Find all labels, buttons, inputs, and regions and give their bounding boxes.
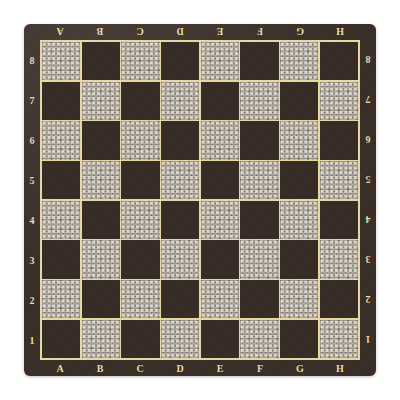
rank-right-label-5: 5 [360,160,376,200]
file-bottom-label-d: D [160,360,200,376]
square-g7[interactable] [280,82,318,120]
square-d6[interactable] [161,121,199,159]
rank-right-label-2: 2 [360,280,376,320]
board-grid [40,40,360,360]
rank-left-label-5: 5 [24,160,40,200]
square-g1[interactable] [280,320,318,358]
square-e7[interactable] [201,82,239,120]
square-g5[interactable] [280,161,318,199]
rank-labels-left: 87654321 [24,40,40,360]
square-g4[interactable] [280,201,318,239]
square-f8[interactable] [240,42,278,80]
file-bottom-label-e: E [200,360,240,376]
file-labels-bottom: ABCDEFGH [40,360,360,376]
square-a7[interactable] [42,82,80,120]
square-d1[interactable] [161,320,199,358]
square-f3[interactable] [240,240,278,278]
square-e6[interactable] [201,121,239,159]
rank-right-label-6: 6 [360,120,376,160]
file-top-label-a: A [40,24,80,40]
square-b7[interactable] [82,82,120,120]
square-a5[interactable] [42,161,80,199]
rank-left-label-1: 1 [24,320,40,360]
rank-left-label-4: 4 [24,200,40,240]
square-d4[interactable] [161,201,199,239]
square-a4[interactable] [42,201,80,239]
rank-left-label-3: 3 [24,240,40,280]
chess-board: ABCDEFGH ABCDEFGH 87654321 87654321 [24,24,376,376]
page: { "game": "chess", "position": "8/8/8/8/… [0,0,400,400]
square-b2[interactable] [82,280,120,318]
square-c1[interactable] [121,320,159,358]
file-top-label-e: E [200,24,240,40]
square-h4[interactable] [320,201,358,239]
square-f2[interactable] [240,280,278,318]
square-c7[interactable] [121,82,159,120]
file-labels-top: ABCDEFGH [40,24,360,40]
square-e5[interactable] [201,161,239,199]
file-bottom-label-h: H [320,360,360,376]
square-c2[interactable] [121,280,159,318]
square-e1[interactable] [201,320,239,358]
square-d3[interactable] [161,240,199,278]
file-top-label-f: F [240,24,280,40]
square-b5[interactable] [82,161,120,199]
rank-left-label-8: 8 [24,40,40,80]
square-a8[interactable] [42,42,80,80]
square-f7[interactable] [240,82,278,120]
square-e2[interactable] [201,280,239,318]
file-bottom-label-a: A [40,360,80,376]
square-b1[interactable] [82,320,120,358]
file-bottom-label-b: B [80,360,120,376]
square-b8[interactable] [82,42,120,80]
file-bottom-label-c: C [120,360,160,376]
square-a1[interactable] [42,320,80,358]
square-f6[interactable] [240,121,278,159]
square-g3[interactable] [280,240,318,278]
square-a2[interactable] [42,280,80,318]
square-e3[interactable] [201,240,239,278]
square-e4[interactable] [201,201,239,239]
rank-right-label-4: 4 [360,200,376,240]
file-top-label-c: C [120,24,160,40]
square-a6[interactable] [42,121,80,159]
file-top-label-b: B [80,24,120,40]
square-f5[interactable] [240,161,278,199]
square-d2[interactable] [161,280,199,318]
file-bottom-label-f: F [240,360,280,376]
square-h2[interactable] [320,280,358,318]
rank-right-label-1: 1 [360,320,376,360]
square-g2[interactable] [280,280,318,318]
square-a3[interactable] [42,240,80,278]
rank-right-label-7: 7 [360,80,376,120]
rank-right-label-3: 3 [360,240,376,280]
file-top-label-d: D [160,24,200,40]
square-h1[interactable] [320,320,358,358]
square-f1[interactable] [240,320,278,358]
square-c4[interactable] [121,201,159,239]
square-d7[interactable] [161,82,199,120]
rank-left-label-7: 7 [24,80,40,120]
rank-right-label-8: 8 [360,40,376,80]
rank-left-label-2: 2 [24,280,40,320]
file-top-label-g: G [280,24,320,40]
square-h7[interactable] [320,82,358,120]
file-top-label-h: H [320,24,360,40]
square-c6[interactable] [121,121,159,159]
square-g6[interactable] [280,121,318,159]
square-h3[interactable] [320,240,358,278]
square-f4[interactable] [240,201,278,239]
square-h8[interactable] [320,42,358,80]
square-g8[interactable] [280,42,318,80]
square-c5[interactable] [121,161,159,199]
square-b3[interactable] [82,240,120,278]
square-e8[interactable] [201,42,239,80]
square-c8[interactable] [121,42,159,80]
square-b4[interactable] [82,201,120,239]
square-b6[interactable] [82,121,120,159]
square-d8[interactable] [161,42,199,80]
rank-left-label-6: 6 [24,120,40,160]
file-bottom-label-g: G [280,360,320,376]
square-h5[interactable] [320,161,358,199]
rank-labels-right: 87654321 [360,40,376,360]
square-d5[interactable] [161,161,199,199]
square-h6[interactable] [320,121,358,159]
square-c3[interactable] [121,240,159,278]
